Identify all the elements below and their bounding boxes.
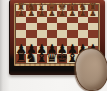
board-square[interactable]: [26, 30, 36, 37]
board-square[interactable]: [47, 23, 57, 30]
board-square[interactable]: [57, 30, 67, 37]
board-square[interactable]: [26, 23, 36, 30]
board-square[interactable]: [26, 17, 36, 24]
board-square[interactable]: [88, 23, 98, 30]
board-square[interactable]: [67, 23, 77, 30]
board-square[interactable]: [16, 17, 26, 24]
board-square[interactable]: [47, 17, 57, 24]
board-square[interactable]: [57, 23, 67, 30]
board-square[interactable]: [16, 23, 26, 30]
round-piece-box[interactable]: [73, 46, 107, 91]
board-square[interactable]: [37, 17, 47, 24]
board-square[interactable]: [57, 17, 67, 24]
board-square[interactable]: [78, 17, 88, 24]
board-square[interactable]: [67, 17, 77, 24]
board-square[interactable]: [78, 30, 88, 37]
board-square[interactable]: [37, 30, 47, 37]
board-square[interactable]: [47, 30, 57, 37]
board-square[interactable]: [88, 30, 98, 37]
board-square[interactable]: [16, 30, 26, 37]
board-square[interactable]: [88, 17, 98, 24]
photo-scene: ♜♞♝♛♚♝♞♜♟♟♟♟♟♟♟♟♟♟♟♟♟♟♟♟♜♞♝♛♚♝♞♜: [0, 0, 107, 91]
board-square[interactable]: [67, 30, 77, 37]
board-square[interactable]: [37, 23, 47, 30]
board-square[interactable]: [78, 23, 88, 30]
